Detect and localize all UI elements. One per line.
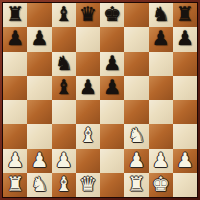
piece-black-pawn[interactable]: ♟: [103, 53, 121, 73]
square-b5[interactable]: [27, 76, 51, 100]
square-h1[interactable]: [173, 173, 197, 197]
piece-white-pawn[interactable]: ♟: [30, 150, 48, 170]
square-b3[interactable]: [27, 124, 51, 148]
square-b8[interactable]: [27, 3, 51, 27]
square-c8[interactable]: ♝: [52, 3, 76, 27]
piece-black-pawn[interactable]: ♟: [103, 77, 121, 97]
piece-black-rook[interactable]: ♜: [176, 4, 194, 24]
piece-white-bishop[interactable]: ♝: [79, 125, 97, 145]
square-a2[interactable]: ♟: [3, 149, 27, 173]
square-e3[interactable]: [100, 124, 124, 148]
square-g3[interactable]: [149, 124, 173, 148]
piece-black-bishop[interactable]: ♝: [55, 4, 73, 24]
square-h4[interactable]: [173, 100, 197, 124]
square-d5[interactable]: ♟: [76, 76, 100, 100]
square-a7[interactable]: ♟: [3, 27, 27, 51]
square-h3[interactable]: [173, 124, 197, 148]
square-a1[interactable]: ♜: [3, 173, 27, 197]
square-g1[interactable]: ♚: [149, 173, 173, 197]
square-f8[interactable]: [124, 3, 148, 27]
square-h5[interactable]: [173, 76, 197, 100]
square-d4[interactable]: [76, 100, 100, 124]
piece-white-pawn[interactable]: ♟: [55, 150, 73, 170]
piece-black-pawn[interactable]: ♟: [30, 28, 48, 48]
piece-black-bishop[interactable]: ♝: [55, 77, 73, 97]
square-a3[interactable]: [3, 124, 27, 148]
piece-white-knight[interactable]: ♞: [127, 125, 145, 145]
square-g4[interactable]: [149, 100, 173, 124]
square-c7[interactable]: [52, 27, 76, 51]
square-f5[interactable]: [124, 76, 148, 100]
square-h2[interactable]: ♟: [173, 149, 197, 173]
square-b4[interactable]: [27, 100, 51, 124]
square-f2[interactable]: ♟: [124, 149, 148, 173]
piece-white-king[interactable]: ♚: [152, 174, 170, 194]
square-f4[interactable]: [124, 100, 148, 124]
square-e1[interactable]: [100, 173, 124, 197]
piece-black-rook[interactable]: ♜: [6, 4, 24, 24]
piece-black-knight[interactable]: ♞: [55, 53, 73, 73]
square-g8[interactable]: ♞: [149, 3, 173, 27]
square-a6[interactable]: [3, 52, 27, 76]
square-e4[interactable]: [100, 100, 124, 124]
piece-black-pawn[interactable]: ♟: [79, 77, 97, 97]
square-a5[interactable]: [3, 76, 27, 100]
square-b7[interactable]: ♟: [27, 27, 51, 51]
square-g2[interactable]: ♟: [149, 149, 173, 173]
piece-black-pawn[interactable]: ♟: [152, 28, 170, 48]
piece-white-rook[interactable]: ♜: [6, 174, 24, 194]
square-c4[interactable]: [52, 100, 76, 124]
square-g7[interactable]: ♟: [149, 27, 173, 51]
square-g6[interactable]: [149, 52, 173, 76]
piece-black-knight[interactable]: ♞: [152, 4, 170, 24]
square-f7[interactable]: [124, 27, 148, 51]
piece-white-bishop[interactable]: ♝: [55, 174, 73, 194]
square-d7[interactable]: [76, 27, 100, 51]
piece-white-rook[interactable]: ♜: [127, 174, 145, 194]
piece-white-pawn[interactable]: ♟: [176, 150, 194, 170]
square-b1[interactable]: ♞: [27, 173, 51, 197]
piece-white-knight[interactable]: ♞: [30, 174, 48, 194]
square-d6[interactable]: [76, 52, 100, 76]
square-e7[interactable]: [100, 27, 124, 51]
piece-white-queen[interactable]: ♛: [79, 174, 97, 194]
piece-black-queen[interactable]: ♛: [79, 4, 97, 24]
square-h8[interactable]: ♜: [173, 3, 197, 27]
square-a4[interactable]: [3, 100, 27, 124]
square-h6[interactable]: [173, 52, 197, 76]
square-c3[interactable]: [52, 124, 76, 148]
square-b6[interactable]: [27, 52, 51, 76]
piece-black-king[interactable]: ♚: [103, 4, 121, 24]
square-d8[interactable]: ♛: [76, 3, 100, 27]
square-g5[interactable]: [149, 76, 173, 100]
square-c1[interactable]: ♝: [52, 173, 76, 197]
square-d3[interactable]: ♝: [76, 124, 100, 148]
piece-black-pawn[interactable]: ♟: [6, 28, 24, 48]
square-f1[interactable]: ♜: [124, 173, 148, 197]
square-e8[interactable]: ♚: [100, 3, 124, 27]
square-f3[interactable]: ♞: [124, 124, 148, 148]
square-h7[interactable]: ♟: [173, 27, 197, 51]
square-e5[interactable]: ♟: [100, 76, 124, 100]
piece-white-pawn[interactable]: ♟: [6, 150, 24, 170]
square-b2[interactable]: ♟: [27, 149, 51, 173]
piece-black-pawn[interactable]: ♟: [176, 28, 194, 48]
square-e2[interactable]: [100, 149, 124, 173]
square-c2[interactable]: ♟: [52, 149, 76, 173]
square-c6[interactable]: ♞: [52, 52, 76, 76]
square-d2[interactable]: [76, 149, 100, 173]
board-frame: ♜♝♛♚♞♜♟♟♟♟♞♟♝♟♟♝♞♟♟♟♟♟♟♜♞♝♛♜♚: [0, 0, 200, 200]
piece-white-pawn[interactable]: ♟: [152, 150, 170, 170]
piece-white-pawn[interactable]: ♟: [127, 150, 145, 170]
square-a8[interactable]: ♜: [3, 3, 27, 27]
square-c5[interactable]: ♝: [52, 76, 76, 100]
square-e6[interactable]: ♟: [100, 52, 124, 76]
square-f6[interactable]: [124, 52, 148, 76]
chess-board: ♜♝♛♚♞♜♟♟♟♟♞♟♝♟♟♝♞♟♟♟♟♟♟♜♞♝♛♜♚: [3, 3, 197, 197]
square-d1[interactable]: ♛: [76, 173, 100, 197]
